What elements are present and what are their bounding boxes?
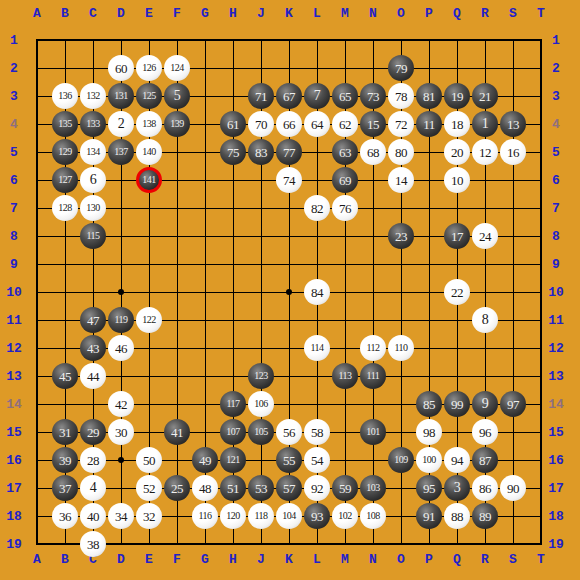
move-number: 73 <box>367 90 379 103</box>
move-number: 47 <box>87 314 99 327</box>
stone-Q17[interactable]: 3 <box>444 475 470 501</box>
move-number: 121 <box>226 455 240 465</box>
move-number: 77 <box>283 146 295 159</box>
stone-S14[interactable]: 97 <box>500 391 526 417</box>
stone-K6[interactable]: 74 <box>276 167 302 193</box>
move-number: 16 <box>507 146 519 159</box>
move-number: 54 <box>311 454 323 467</box>
stone-E17[interactable]: 52 <box>136 475 162 501</box>
stone-R4[interactable]: 1 <box>472 111 498 137</box>
move-number: 11 <box>423 118 435 131</box>
move-number: 59 <box>339 482 351 495</box>
move-number: 122 <box>142 315 156 325</box>
stone-M3[interactable]: 65 <box>332 83 358 109</box>
move-number: 108 <box>366 511 380 521</box>
stone-E6[interactable]: 141 <box>136 167 162 193</box>
stone-J17[interactable]: 53 <box>248 475 274 501</box>
stone-D3[interactable]: 131 <box>108 83 134 109</box>
move-number: 2 <box>118 117 125 131</box>
stone-P14[interactable]: 85 <box>416 391 442 417</box>
stone-G17[interactable]: 48 <box>192 475 218 501</box>
stone-N3[interactable]: 73 <box>360 83 386 109</box>
stone-R15[interactable]: 96 <box>472 419 498 445</box>
stone-B5[interactable]: 129 <box>52 139 78 165</box>
move-number: 1 <box>482 117 489 131</box>
move-number: 75 <box>227 146 239 159</box>
move-number: 136 <box>58 91 72 101</box>
move-number: 28 <box>87 454 99 467</box>
stone-P3[interactable]: 81 <box>416 83 442 109</box>
move-number: 71 <box>255 90 267 103</box>
stone-R8[interactable]: 24 <box>472 223 498 249</box>
move-number: 19 <box>451 90 463 103</box>
stone-L7[interactable]: 82 <box>304 195 330 221</box>
move-number: 117 <box>226 399 239 409</box>
stone-K4[interactable]: 66 <box>276 111 302 137</box>
move-number: 45 <box>59 370 71 383</box>
move-number: 129 <box>58 147 72 157</box>
stone-N5[interactable]: 68 <box>360 139 386 165</box>
move-number: 100 <box>422 455 436 465</box>
stone-B17[interactable]: 37 <box>52 475 78 501</box>
stone-O5[interactable]: 80 <box>388 139 414 165</box>
move-number: 78 <box>395 90 407 103</box>
move-number: 135 <box>58 119 72 129</box>
move-number: 126 <box>142 63 156 73</box>
move-number: 39 <box>59 454 71 467</box>
stone-G18[interactable]: 116 <box>192 503 218 529</box>
stone-S4[interactable]: 13 <box>500 111 526 137</box>
stone-E16[interactable]: 50 <box>136 447 162 473</box>
move-number: 24 <box>479 230 491 243</box>
stone-L12[interactable]: 114 <box>304 335 330 361</box>
stone-C16[interactable]: 28 <box>80 447 106 473</box>
stone-N15[interactable]: 101 <box>360 419 386 445</box>
move-number: 74 <box>283 174 295 187</box>
move-number: 80 <box>395 146 407 159</box>
move-number: 50 <box>143 454 155 467</box>
stone-M17[interactable]: 59 <box>332 475 358 501</box>
move-number: 52 <box>143 482 155 495</box>
stone-F2[interactable]: 124 <box>164 55 190 81</box>
move-number: 86 <box>479 482 491 495</box>
stone-E11[interactable]: 122 <box>136 307 162 333</box>
move-number: 7 <box>314 89 321 103</box>
stone-K15[interactable]: 56 <box>276 419 302 445</box>
go-board[interactable]: AABBCCDDEEFFGGHHJJKKLLMMNNOOPPQQRRSSTT11… <box>0 0 580 580</box>
move-number: 111 <box>367 371 380 381</box>
move-number: 21 <box>479 90 491 103</box>
stone-C18[interactable]: 40 <box>80 503 106 529</box>
stone-R3[interactable]: 21 <box>472 83 498 109</box>
move-number: 81 <box>423 90 435 103</box>
move-number: 65 <box>339 90 351 103</box>
stone-B18[interactable]: 36 <box>52 503 78 529</box>
stone-Q14[interactable]: 99 <box>444 391 470 417</box>
move-number: 12 <box>479 146 491 159</box>
stone-O16[interactable]: 109 <box>388 447 414 473</box>
stone-H18[interactable]: 120 <box>220 503 246 529</box>
move-number: 38 <box>87 538 99 551</box>
stone-H4[interactable]: 61 <box>220 111 246 137</box>
stone-F15[interactable]: 41 <box>164 419 190 445</box>
stone-C19[interactable]: 38 <box>80 531 106 557</box>
stone-Q4[interactable]: 18 <box>444 111 470 137</box>
stone-M18[interactable]: 102 <box>332 503 358 529</box>
stone-C11[interactable]: 47 <box>80 307 106 333</box>
move-number: 128 <box>58 203 72 213</box>
stone-C3[interactable]: 132 <box>80 83 106 109</box>
stone-J4[interactable]: 70 <box>248 111 274 137</box>
move-number: 94 <box>451 454 463 467</box>
stone-S17[interactable]: 90 <box>500 475 526 501</box>
stone-Q8[interactable]: 17 <box>444 223 470 249</box>
move-number: 137 <box>114 147 128 157</box>
stone-L15[interactable]: 58 <box>304 419 330 445</box>
stone-Q6[interactable]: 10 <box>444 167 470 193</box>
move-number: 104 <box>282 511 296 521</box>
move-number: 90 <box>507 482 519 495</box>
stone-M6[interactable]: 69 <box>332 167 358 193</box>
move-number: 120 <box>226 511 240 521</box>
stone-M4[interactable]: 62 <box>332 111 358 137</box>
stone-N4[interactable]: 15 <box>360 111 386 137</box>
move-number: 30 <box>115 426 127 439</box>
stone-B7[interactable]: 128 <box>52 195 78 221</box>
stone-E3[interactable]: 125 <box>136 83 162 109</box>
move-number: 66 <box>283 118 295 131</box>
stone-L17[interactable]: 92 <box>304 475 330 501</box>
stone-H14[interactable]: 117 <box>220 391 246 417</box>
move-number: 42 <box>115 398 127 411</box>
move-number: 62 <box>339 118 351 131</box>
move-number: 60 <box>115 62 127 75</box>
move-number: 49 <box>199 454 211 467</box>
move-number: 36 <box>59 510 71 523</box>
move-number: 56 <box>283 426 295 439</box>
stone-C7[interactable]: 130 <box>80 195 106 221</box>
move-number: 124 <box>170 63 184 73</box>
move-number: 46 <box>115 342 127 355</box>
move-number: 9 <box>482 397 489 411</box>
stone-R17[interactable]: 86 <box>472 475 498 501</box>
stone-B3[interactable]: 136 <box>52 83 78 109</box>
move-number: 6 <box>90 173 97 187</box>
move-number: 4 <box>90 481 97 495</box>
stone-K18[interactable]: 104 <box>276 503 302 529</box>
stone-K3[interactable]: 67 <box>276 83 302 109</box>
stone-F3[interactable]: 5 <box>164 83 190 109</box>
move-number: 114 <box>310 343 323 353</box>
move-number: 8 <box>482 313 489 327</box>
move-number: 5 <box>174 89 181 103</box>
stone-H15[interactable]: 107 <box>220 419 246 445</box>
stone-B13[interactable]: 45 <box>52 363 78 389</box>
move-number: 40 <box>87 510 99 523</box>
stone-C8[interactable]: 115 <box>80 223 106 249</box>
stone-J18[interactable]: 118 <box>248 503 274 529</box>
move-number: 23 <box>395 230 407 243</box>
stone-O12[interactable]: 110 <box>388 335 414 361</box>
stone-C15[interactable]: 29 <box>80 419 106 445</box>
move-number: 29 <box>87 426 99 439</box>
move-number: 72 <box>395 118 407 131</box>
stone-R5[interactable]: 12 <box>472 139 498 165</box>
stone-L18[interactable]: 93 <box>304 503 330 529</box>
stone-Q18[interactable]: 88 <box>444 503 470 529</box>
move-number: 91 <box>423 510 435 523</box>
stone-K16[interactable]: 55 <box>276 447 302 473</box>
move-number: 134 <box>86 147 100 157</box>
move-number: 140 <box>142 147 156 157</box>
move-number: 139 <box>170 119 184 129</box>
stone-S5[interactable]: 16 <box>500 139 526 165</box>
move-number: 123 <box>254 371 268 381</box>
move-number: 87 <box>479 454 491 467</box>
move-number: 98 <box>423 426 435 439</box>
stone-J14[interactable]: 106 <box>248 391 274 417</box>
stone-M5[interactable]: 63 <box>332 139 358 165</box>
stone-C17[interactable]: 4 <box>80 475 106 501</box>
move-number: 48 <box>199 482 211 495</box>
stone-B6[interactable]: 127 <box>52 167 78 193</box>
move-number: 13 <box>507 118 519 131</box>
move-number: 95 <box>423 482 435 495</box>
move-number: 61 <box>227 118 239 131</box>
move-number: 82 <box>311 202 323 215</box>
stone-R18[interactable]: 89 <box>472 503 498 529</box>
stone-D11[interactable]: 119 <box>108 307 134 333</box>
stone-E5[interactable]: 140 <box>136 139 162 165</box>
stone-M7[interactable]: 76 <box>332 195 358 221</box>
stone-H17[interactable]: 51 <box>220 475 246 501</box>
stone-P15[interactable]: 98 <box>416 419 442 445</box>
stone-Q3[interactable]: 19 <box>444 83 470 109</box>
move-number: 55 <box>283 454 295 467</box>
move-number: 133 <box>86 119 100 129</box>
stone-H16[interactable]: 121 <box>220 447 246 473</box>
move-number: 58 <box>311 426 323 439</box>
stone-G16[interactable]: 49 <box>192 447 218 473</box>
move-number: 34 <box>115 510 127 523</box>
stone-L4[interactable]: 64 <box>304 111 330 137</box>
move-number: 110 <box>394 343 407 353</box>
stone-O8[interactable]: 23 <box>388 223 414 249</box>
stone-L16[interactable]: 54 <box>304 447 330 473</box>
move-number: 64 <box>311 118 323 131</box>
move-number: 69 <box>339 174 351 187</box>
move-number: 70 <box>255 118 267 131</box>
move-number: 106 <box>254 399 268 409</box>
move-number: 15 <box>367 118 379 131</box>
stone-O6[interactable]: 14 <box>388 167 414 193</box>
move-number: 132 <box>86 91 100 101</box>
move-number: 14 <box>395 174 407 187</box>
move-number: 83 <box>255 146 267 159</box>
move-number: 41 <box>171 426 183 439</box>
move-number: 43 <box>87 342 99 355</box>
stone-H5[interactable]: 75 <box>220 139 246 165</box>
stone-L3[interactable]: 7 <box>304 83 330 109</box>
stone-D12[interactable]: 46 <box>108 335 134 361</box>
move-number: 53 <box>255 482 267 495</box>
stone-L10[interactable]: 84 <box>304 279 330 305</box>
move-number: 17 <box>451 230 463 243</box>
move-number: 10 <box>451 174 463 187</box>
stone-Q10[interactable]: 22 <box>444 279 470 305</box>
stone-R16[interactable]: 87 <box>472 447 498 473</box>
stone-C13[interactable]: 44 <box>80 363 106 389</box>
stone-D14[interactable]: 42 <box>108 391 134 417</box>
move-number: 97 <box>507 398 519 411</box>
move-number: 18 <box>451 118 463 131</box>
stone-F4[interactable]: 139 <box>164 111 190 137</box>
move-number: 102 <box>338 511 352 521</box>
stone-Q5[interactable]: 20 <box>444 139 470 165</box>
move-number: 25 <box>171 482 183 495</box>
move-number: 113 <box>338 371 351 381</box>
move-number: 67 <box>283 90 295 103</box>
stone-P18[interactable]: 91 <box>416 503 442 529</box>
stone-D15[interactable]: 30 <box>108 419 134 445</box>
stone-O3[interactable]: 78 <box>388 83 414 109</box>
move-number: 99 <box>451 398 463 411</box>
stone-N18[interactable]: 108 <box>360 503 386 529</box>
stone-B16[interactable]: 39 <box>52 447 78 473</box>
move-number: 76 <box>339 202 351 215</box>
stone-O4[interactable]: 72 <box>388 111 414 137</box>
stone-E2[interactable]: 126 <box>136 55 162 81</box>
move-number: 44 <box>87 370 99 383</box>
move-number: 118 <box>254 511 267 521</box>
move-number: 57 <box>283 482 295 495</box>
move-number: 115 <box>86 231 99 241</box>
stone-E4[interactable]: 138 <box>136 111 162 137</box>
stone-R11[interactable]: 8 <box>472 307 498 333</box>
move-number: 89 <box>479 510 491 523</box>
stone-D18[interactable]: 34 <box>108 503 134 529</box>
stone-P16[interactable]: 100 <box>416 447 442 473</box>
stone-C6[interactable]: 6 <box>80 167 106 193</box>
stone-O2[interactable]: 79 <box>388 55 414 81</box>
stone-C5[interactable]: 134 <box>80 139 106 165</box>
stone-F17[interactable]: 25 <box>164 475 190 501</box>
stone-J15[interactable]: 105 <box>248 419 274 445</box>
move-number: 138 <box>142 119 156 129</box>
stone-N13[interactable]: 111 <box>360 363 386 389</box>
stone-D2[interactable]: 60 <box>108 55 134 81</box>
stone-K5[interactable]: 77 <box>276 139 302 165</box>
move-number: 31 <box>59 426 71 439</box>
stone-J3[interactable]: 71 <box>248 83 274 109</box>
move-number: 51 <box>227 482 239 495</box>
stones-layer: 1234567891011121314151617181920212223242… <box>0 0 580 580</box>
move-number: 125 <box>142 91 156 101</box>
move-number: 141 <box>142 175 156 185</box>
stone-K17[interactable]: 57 <box>276 475 302 501</box>
move-number: 96 <box>479 426 491 439</box>
move-number: 119 <box>114 315 127 325</box>
move-number: 79 <box>395 62 407 75</box>
move-number: 37 <box>59 482 71 495</box>
move-number: 92 <box>311 482 323 495</box>
move-number: 130 <box>86 203 100 213</box>
move-number: 109 <box>394 455 408 465</box>
stone-N12[interactable]: 112 <box>360 335 386 361</box>
stone-D5[interactable]: 137 <box>108 139 134 165</box>
move-number: 68 <box>367 146 379 159</box>
stone-D4[interactable]: 2 <box>108 111 134 137</box>
move-number: 22 <box>451 286 463 299</box>
stone-P4[interactable]: 11 <box>416 111 442 137</box>
move-number: 93 <box>311 510 323 523</box>
move-number: 20 <box>451 146 463 159</box>
move-number: 127 <box>58 175 72 185</box>
move-number: 3 <box>454 481 461 495</box>
stone-R14[interactable]: 9 <box>472 391 498 417</box>
stone-M13[interactable]: 113 <box>332 363 358 389</box>
stone-C12[interactable]: 43 <box>80 335 106 361</box>
stone-C4[interactable]: 133 <box>80 111 106 137</box>
move-number: 101 <box>366 427 380 437</box>
move-number: 112 <box>366 343 379 353</box>
move-number: 84 <box>311 286 323 299</box>
stone-Q16[interactable]: 94 <box>444 447 470 473</box>
move-number: 131 <box>114 91 128 101</box>
stone-E18[interactable]: 32 <box>136 503 162 529</box>
move-number: 88 <box>451 510 463 523</box>
move-number: 116 <box>198 511 211 521</box>
move-number: 63 <box>339 146 351 159</box>
move-number: 103 <box>366 483 380 493</box>
stone-N17[interactable]: 103 <box>360 475 386 501</box>
move-number: 85 <box>423 398 435 411</box>
stone-P17[interactable]: 95 <box>416 475 442 501</box>
move-number: 32 <box>143 510 155 523</box>
move-number: 107 <box>226 427 240 437</box>
stone-J5[interactable]: 83 <box>248 139 274 165</box>
stone-B4[interactable]: 135 <box>52 111 78 137</box>
move-number: 105 <box>254 427 268 437</box>
stone-J13[interactable]: 123 <box>248 363 274 389</box>
stone-B15[interactable]: 31 <box>52 419 78 445</box>
